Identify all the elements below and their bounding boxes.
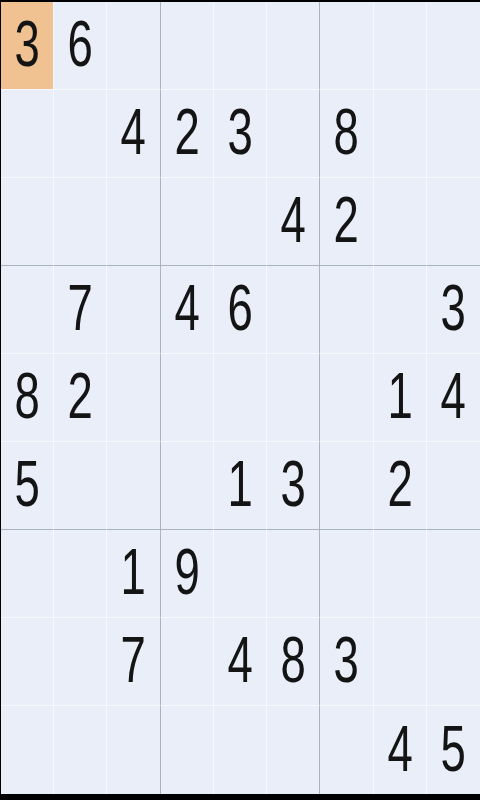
cell-digit: 9 — [174, 539, 199, 608]
cell-r1c2[interactable]: 6 — [54, 2, 107, 90]
cell-r6c3[interactable] — [107, 442, 160, 530]
cell-r3c7[interactable]: 2 — [320, 178, 373, 266]
cell-digit: 2 — [334, 187, 359, 256]
cell-r5c7[interactable] — [320, 354, 373, 442]
cell-r9c5[interactable] — [214, 706, 267, 794]
cell-r6c7[interactable] — [320, 442, 373, 530]
cell-r9c1[interactable] — [1, 706, 54, 794]
cell-r8c6[interactable]: 8 — [267, 618, 320, 706]
cell-digit: 4 — [441, 363, 466, 432]
cell-digit: 4 — [281, 187, 306, 256]
cell-r9c3[interactable] — [107, 706, 160, 794]
cell-r2c2[interactable] — [54, 90, 107, 178]
cell-digit: 8 — [334, 99, 359, 168]
cell-digit: 7 — [68, 275, 93, 344]
app-screen: 3642384274638214513219748345 — [0, 0, 480, 800]
cell-r2c4[interactable]: 2 — [161, 90, 214, 178]
cell-r3c3[interactable] — [107, 178, 160, 266]
cell-r3c6[interactable]: 4 — [267, 178, 320, 266]
cell-r8c5[interactable]: 4 — [214, 618, 267, 706]
cell-r2c3[interactable]: 4 — [107, 90, 160, 178]
cell-r5c9[interactable]: 4 — [427, 354, 480, 442]
cell-r1c1[interactable]: 3 — [1, 2, 54, 90]
cell-r8c1[interactable] — [1, 618, 54, 706]
cell-r7c9[interactable] — [427, 530, 480, 618]
cell-digit: 2 — [68, 363, 93, 432]
cell-r7c1[interactable] — [1, 530, 54, 618]
cell-r3c1[interactable] — [1, 178, 54, 266]
cell-digit: 6 — [68, 11, 93, 80]
cell-digit: 3 — [441, 275, 466, 344]
cell-r2c7[interactable]: 8 — [320, 90, 373, 178]
cell-r2c5[interactable]: 3 — [214, 90, 267, 178]
cell-r1c9[interactable] — [427, 2, 480, 90]
cell-r7c7[interactable] — [320, 530, 373, 618]
cell-r8c7[interactable]: 3 — [320, 618, 373, 706]
cell-r7c8[interactable] — [374, 530, 427, 618]
cell-r5c2[interactable]: 2 — [54, 354, 107, 442]
cell-r5c6[interactable] — [267, 354, 320, 442]
cell-r1c4[interactable] — [161, 2, 214, 90]
cell-r6c5[interactable]: 1 — [214, 442, 267, 530]
cell-r7c2[interactable] — [54, 530, 107, 618]
cell-r1c8[interactable] — [374, 2, 427, 90]
cell-digit: 3 — [334, 627, 359, 696]
cell-r6c9[interactable] — [427, 442, 480, 530]
cell-r9c9[interactable]: 5 — [427, 706, 480, 794]
cell-r9c7[interactable] — [320, 706, 373, 794]
cell-r4c5[interactable]: 6 — [214, 266, 267, 354]
cell-r1c5[interactable] — [214, 2, 267, 90]
cell-r7c4[interactable]: 9 — [161, 530, 214, 618]
cell-r2c9[interactable] — [427, 90, 480, 178]
cell-digit: 2 — [174, 99, 199, 168]
cell-digit: 4 — [227, 627, 252, 696]
cell-r4c1[interactable] — [1, 266, 54, 354]
cell-r2c1[interactable] — [1, 90, 54, 178]
cell-r8c8[interactable] — [374, 618, 427, 706]
cell-digit: 8 — [14, 363, 39, 432]
cell-r5c3[interactable] — [107, 354, 160, 442]
cell-r5c1[interactable]: 8 — [1, 354, 54, 442]
cell-r5c5[interactable] — [214, 354, 267, 442]
cell-r1c7[interactable] — [320, 2, 373, 90]
cell-r4c8[interactable] — [374, 266, 427, 354]
cell-r4c3[interactable] — [107, 266, 160, 354]
cell-r9c6[interactable] — [267, 706, 320, 794]
cell-digit: 3 — [281, 451, 306, 520]
cell-r8c4[interactable] — [161, 618, 214, 706]
cell-digit: 4 — [121, 99, 146, 168]
cell-r6c1[interactable]: 5 — [1, 442, 54, 530]
cell-r4c7[interactable] — [320, 266, 373, 354]
cell-r2c6[interactable] — [267, 90, 320, 178]
cell-r3c5[interactable] — [214, 178, 267, 266]
sudoku-board: 3642384274638214513219748345 — [1, 2, 480, 794]
cell-r5c8[interactable]: 1 — [374, 354, 427, 442]
cell-digit: 8 — [281, 627, 306, 696]
cell-r9c2[interactable] — [54, 706, 107, 794]
cell-digit: 5 — [441, 716, 466, 785]
cell-r3c2[interactable] — [54, 178, 107, 266]
cell-digit: 1 — [121, 539, 146, 608]
cell-r6c6[interactable]: 3 — [267, 442, 320, 530]
cell-r3c9[interactable] — [427, 178, 480, 266]
cell-digit: 3 — [227, 99, 252, 168]
cell-digit: 6 — [227, 275, 252, 344]
cell-r9c4[interactable] — [161, 706, 214, 794]
cell-r8c3[interactable]: 7 — [107, 618, 160, 706]
cell-r4c9[interactable]: 3 — [427, 266, 480, 354]
cell-r2c8[interactable] — [374, 90, 427, 178]
cell-digit: 1 — [387, 363, 412, 432]
cell-digit: 7 — [121, 627, 146, 696]
cell-r6c2[interactable] — [54, 442, 107, 530]
cell-r4c4[interactable]: 4 — [161, 266, 214, 354]
cell-digit: 3 — [14, 11, 39, 80]
cell-r7c3[interactable]: 1 — [107, 530, 160, 618]
cell-r7c5[interactable] — [214, 530, 267, 618]
cell-digit: 1 — [227, 451, 252, 520]
cell-digit: 5 — [14, 451, 39, 520]
cell-r6c8[interactable]: 2 — [374, 442, 427, 530]
cell-r9c8[interactable]: 4 — [374, 706, 427, 794]
cell-digit: 4 — [174, 275, 199, 344]
cell-r1c3[interactable] — [107, 2, 160, 90]
cell-r8c9[interactable] — [427, 618, 480, 706]
cell-r4c2[interactable]: 7 — [54, 266, 107, 354]
cell-r6c4[interactable] — [161, 442, 214, 530]
cell-digit: 4 — [387, 716, 412, 785]
cell-r8c2[interactable] — [54, 618, 107, 706]
cell-r1c6[interactable] — [267, 2, 320, 90]
cell-r4c6[interactable] — [267, 266, 320, 354]
cell-r3c8[interactable] — [374, 178, 427, 266]
cell-r3c4[interactable] — [161, 178, 214, 266]
cell-digit: 2 — [387, 451, 412, 520]
cell-r5c4[interactable] — [161, 354, 214, 442]
cell-r7c6[interactable] — [267, 530, 320, 618]
